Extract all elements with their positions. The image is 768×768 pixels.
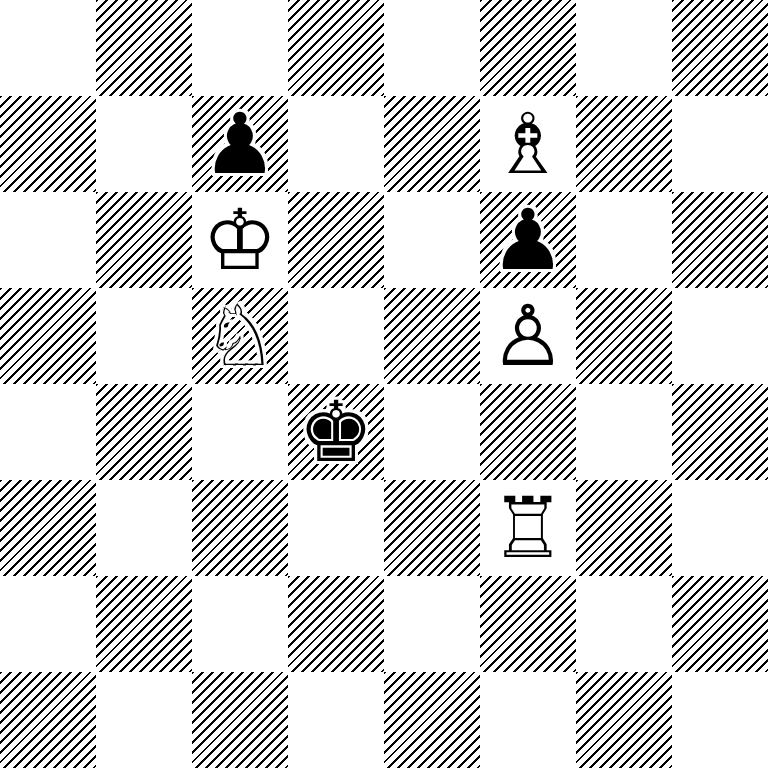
square-b2[interactable] xyxy=(96,576,192,672)
square-f3[interactable]: ♖ xyxy=(480,480,576,576)
chess-board: ♟♗♔♟♘♙♚♖ xyxy=(0,0,768,768)
square-b3[interactable] xyxy=(96,480,192,576)
square-a3[interactable] xyxy=(0,480,96,576)
square-g3[interactable] xyxy=(576,480,672,576)
square-h1[interactable] xyxy=(672,672,768,768)
square-h4[interactable] xyxy=(672,384,768,480)
square-d6[interactable] xyxy=(288,192,384,288)
square-e7[interactable] xyxy=(384,96,480,192)
square-b6[interactable] xyxy=(96,192,192,288)
square-c2[interactable] xyxy=(192,576,288,672)
square-h6[interactable] xyxy=(672,192,768,288)
square-h3[interactable] xyxy=(672,480,768,576)
piece-white-king[interactable]: ♔ xyxy=(202,192,277,288)
piece-black-pawn[interactable]: ♟ xyxy=(202,96,277,192)
square-d5[interactable] xyxy=(288,288,384,384)
piece-black-king[interactable]: ♚ xyxy=(298,384,373,480)
square-e3[interactable] xyxy=(384,480,480,576)
piece-white-bishop[interactable]: ♗ xyxy=(490,96,565,192)
square-a2[interactable] xyxy=(0,576,96,672)
square-f5[interactable]: ♙ xyxy=(480,288,576,384)
square-c4[interactable] xyxy=(192,384,288,480)
square-a6[interactable] xyxy=(0,192,96,288)
square-h2[interactable] xyxy=(672,576,768,672)
piece-white-knight[interactable]: ♘ xyxy=(202,288,277,384)
square-a4[interactable] xyxy=(0,384,96,480)
square-g7[interactable] xyxy=(576,96,672,192)
piece-white-pawn[interactable]: ♙ xyxy=(490,288,565,384)
square-f7[interactable]: ♗ xyxy=(480,96,576,192)
square-c3[interactable] xyxy=(192,480,288,576)
square-e8[interactable] xyxy=(384,0,480,96)
square-d7[interactable] xyxy=(288,96,384,192)
square-f4[interactable] xyxy=(480,384,576,480)
square-b8[interactable] xyxy=(96,0,192,96)
square-f8[interactable] xyxy=(480,0,576,96)
square-g5[interactable] xyxy=(576,288,672,384)
square-e6[interactable] xyxy=(384,192,480,288)
square-c6[interactable]: ♔ xyxy=(192,192,288,288)
square-b4[interactable] xyxy=(96,384,192,480)
square-h7[interactable] xyxy=(672,96,768,192)
square-d8[interactable] xyxy=(288,0,384,96)
square-a5[interactable] xyxy=(0,288,96,384)
square-d3[interactable] xyxy=(288,480,384,576)
square-g6[interactable] xyxy=(576,192,672,288)
square-b1[interactable] xyxy=(96,672,192,768)
square-e5[interactable] xyxy=(384,288,480,384)
square-e4[interactable] xyxy=(384,384,480,480)
square-a7[interactable] xyxy=(0,96,96,192)
square-h8[interactable] xyxy=(672,0,768,96)
square-b5[interactable] xyxy=(96,288,192,384)
square-d1[interactable] xyxy=(288,672,384,768)
square-g1[interactable] xyxy=(576,672,672,768)
square-c5[interactable]: ♘ xyxy=(192,288,288,384)
square-f6[interactable]: ♟ xyxy=(480,192,576,288)
piece-black-pawn[interactable]: ♟ xyxy=(490,192,565,288)
square-e2[interactable] xyxy=(384,576,480,672)
square-c8[interactable] xyxy=(192,0,288,96)
square-g2[interactable] xyxy=(576,576,672,672)
square-d4[interactable]: ♚ xyxy=(288,384,384,480)
square-g8[interactable] xyxy=(576,0,672,96)
piece-white-rook[interactable]: ♖ xyxy=(490,480,565,576)
square-h5[interactable] xyxy=(672,288,768,384)
square-a1[interactable] xyxy=(0,672,96,768)
square-e1[interactable] xyxy=(384,672,480,768)
square-g4[interactable] xyxy=(576,384,672,480)
square-f2[interactable] xyxy=(480,576,576,672)
square-d2[interactable] xyxy=(288,576,384,672)
square-c7[interactable]: ♟ xyxy=(192,96,288,192)
square-a8[interactable] xyxy=(0,0,96,96)
square-f1[interactable] xyxy=(480,672,576,768)
square-c1[interactable] xyxy=(192,672,288,768)
square-b7[interactable] xyxy=(96,96,192,192)
